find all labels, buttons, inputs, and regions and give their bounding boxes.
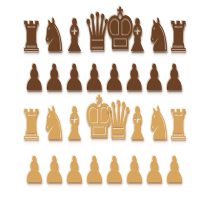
piece-dark-rook: ♜ [20,17,33,58]
chess-set-photo: ♜ ♞ ♝ ♛ ♚ ♝ ♞ ♜ ♟ ♟ ♟ ♟ ♟ ♟ ♟ ♟ ♜ ♞ ♝ ♚ … [0,0,200,200]
piece-dark-pawn: ♟ [63,60,77,96]
piece-light-pawn: ♟ [83,152,97,188]
piece-dark-bishop: ♝ [125,13,138,58]
light-pawns-row: ♟ ♟ ♟ ♟ ♟ ♟ ♟ ♟ [0,152,200,188]
piece-light-bishop: ♝ [125,101,138,146]
piece-light-rook: ♜ [20,105,33,146]
piece-light-bishop: ♝ [62,101,75,146]
dark-back-rank-row: ♜ ♞ ♝ ♛ ♚ ♝ ♞ ♜ [0,2,200,58]
piece-light-pawn: ♟ [123,152,137,188]
piece-dark-knight: ♞ [146,12,159,58]
light-back-rank-row: ♜ ♞ ♝ ♚ ♛ ♝ ♞ ♜ [0,96,200,146]
piece-dark-pawn: ♟ [23,60,37,96]
piece-light-pawn: ♟ [163,152,177,188]
piece-dark-rook: ♜ [167,17,180,58]
piece-light-king: ♚ [83,88,96,146]
piece-light-pawn: ♟ [63,152,77,188]
piece-light-pawn: ♟ [43,152,57,188]
piece-dark-pawn: ♟ [143,60,157,96]
piece-light-pawn: ♟ [23,152,37,188]
piece-dark-queen: ♛ [83,6,96,58]
piece-dark-bishop: ♝ [62,13,75,58]
piece-light-pawn: ♟ [103,152,117,188]
piece-dark-pawn: ♟ [43,60,57,96]
piece-light-queen: ♛ [104,94,117,146]
piece-dark-king: ♚ [104,0,117,58]
piece-dark-pawn: ♟ [163,60,177,96]
piece-light-knight: ♞ [41,100,54,146]
piece-light-pawn: ♟ [143,152,157,188]
piece-light-knight: ♞ [146,100,159,146]
piece-dark-knight: ♞ [41,12,54,58]
piece-light-rook: ♜ [167,105,180,146]
